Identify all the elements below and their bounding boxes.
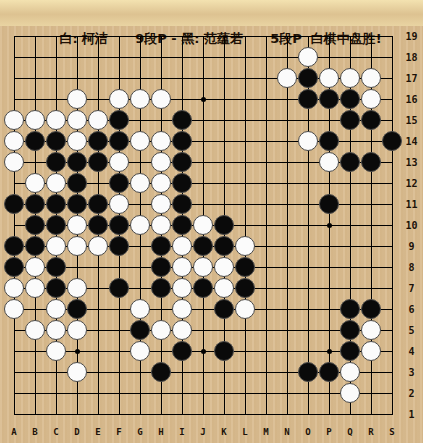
intersection-A14: ● [4, 131, 25, 152]
intersection-M8 [256, 257, 277, 278]
intersection-R8 [361, 257, 382, 278]
intersection-I10: ● [172, 215, 193, 236]
col-label-N: N [277, 423, 298, 441]
intersection-H14: ● [151, 131, 172, 152]
intersection-G9 [130, 236, 151, 257]
row-label-9: 9 [400, 236, 423, 257]
intersection-K5 [214, 320, 235, 341]
intersection-A17 [4, 68, 25, 89]
intersection-K6: ● [214, 299, 235, 320]
intersection-P2 [319, 383, 340, 404]
intersection-I7: ● [172, 278, 193, 299]
intersection-E13: ● [88, 152, 109, 173]
intersection-I1 [172, 404, 193, 425]
intersection-F19 [109, 26, 130, 47]
intersection-F3 [109, 362, 130, 383]
white-stone-F16: ● [109, 89, 129, 109]
intersection-L2 [235, 383, 256, 404]
intersection-D1 [67, 404, 88, 425]
intersection-I2 [172, 383, 193, 404]
intersection-C4: ● [46, 341, 67, 362]
intersection-K3 [214, 362, 235, 383]
intersection-E3 [88, 362, 109, 383]
intersection-D3: ● [67, 362, 88, 383]
white-stone-I8: ● [172, 257, 192, 277]
intersection-K16 [214, 89, 235, 110]
white-stone-D10: ● [67, 215, 87, 235]
black-stone-L7: ● [235, 278, 255, 298]
row-label-10: 10 [400, 215, 423, 236]
intersection-N4 [277, 341, 298, 362]
intersection-M16 [256, 89, 277, 110]
intersection-K10: ● [214, 215, 235, 236]
intersection-O10 [298, 215, 319, 236]
intersection-O7 [298, 278, 319, 299]
game-info-bar: 白: 柯洁 9段P - 黑: 范蕴若 5段P 白棋中盘胜! [0, 0, 423, 26]
black-stone-Q13: ● [340, 152, 360, 172]
black-stone-E10: ● [88, 215, 108, 235]
intersection-N7 [277, 278, 298, 299]
intersection-L4 [235, 341, 256, 362]
column-labels: ABCDEFGHIJKLMNOPQRS [4, 423, 403, 441]
intersection-B18 [25, 47, 46, 68]
intersection-H19 [151, 26, 172, 47]
intersection-D6: ● [67, 299, 88, 320]
intersection-G4: ● [130, 341, 151, 362]
intersection-P9 [319, 236, 340, 257]
intersection-F16: ● [109, 89, 130, 110]
intersection-E14: ● [88, 131, 109, 152]
black-stone-C8: ● [46, 257, 66, 277]
intersection-H7: ● [151, 278, 172, 299]
white-stone-J8: ● [193, 257, 213, 277]
intersection-Q6: ● [340, 299, 361, 320]
intersection-C2 [46, 383, 67, 404]
intersection-I18 [172, 47, 193, 68]
intersection-K19 [214, 26, 235, 47]
intersection-Q11 [340, 194, 361, 215]
intersection-A18 [4, 47, 25, 68]
row-label-5: 5 [400, 320, 423, 341]
intersection-D15: ● [67, 110, 88, 131]
intersection-D7: ● [67, 278, 88, 299]
black-stone-C10: ● [46, 215, 66, 235]
intersection-B1 [25, 404, 46, 425]
intersection-N14 [277, 131, 298, 152]
black-stone-K9: ● [214, 236, 234, 256]
intersection-D16: ● [67, 89, 88, 110]
intersection-N15 [277, 110, 298, 131]
white-stone-A15: ● [4, 110, 24, 130]
intersection-M7 [256, 278, 277, 299]
white-stone-H10: ● [151, 215, 171, 235]
white-stone-K8: ● [214, 257, 234, 277]
intersection-P4 [319, 341, 340, 362]
intersection-J3 [193, 362, 214, 383]
intersection-P5 [319, 320, 340, 341]
white-stone-Q17: ● [340, 68, 360, 88]
intersection-A15: ● [4, 110, 25, 131]
intersection-A9: ● [4, 236, 25, 257]
intersection-Q8 [340, 257, 361, 278]
col-label-B: B [25, 423, 46, 441]
intersection-M10 [256, 215, 277, 236]
intersection-R18 [361, 47, 382, 68]
intersection-J10: ● [193, 215, 214, 236]
white-stone-Q2: ● [340, 383, 360, 403]
col-label-C: C [46, 423, 67, 441]
intersection-N16 [277, 89, 298, 110]
white-stone-K7: ● [214, 278, 234, 298]
intersection-A11: ● [4, 194, 25, 215]
intersection-A12 [4, 173, 25, 194]
intersection-H6 [151, 299, 172, 320]
intersection-E15: ● [88, 110, 109, 131]
col-label-I: I [172, 423, 193, 441]
intersection-L14 [235, 131, 256, 152]
intersection-G19 [130, 26, 151, 47]
intersection-G18 [130, 47, 151, 68]
intersection-J5 [193, 320, 214, 341]
intersection-B15: ● [25, 110, 46, 131]
white-stone-P17: ● [319, 68, 339, 88]
intersection-K17 [214, 68, 235, 89]
intersection-B16 [25, 89, 46, 110]
row-label-15: 15 [400, 110, 423, 131]
white-stone-R16: ● [361, 89, 381, 109]
black-stone-D13: ● [67, 152, 87, 172]
col-label-K: K [214, 423, 235, 441]
intersection-D14: ● [67, 131, 88, 152]
intersection-J2 [193, 383, 214, 404]
intersection-L8: ● [235, 257, 256, 278]
intersection-K2 [214, 383, 235, 404]
intersection-A3 [4, 362, 25, 383]
col-label-A: A [4, 423, 25, 441]
white-stone-B8: ● [25, 257, 45, 277]
black-stone-R15: ● [361, 110, 381, 130]
black-stone-F10: ● [109, 215, 129, 235]
intersection-Q2: ● [340, 383, 361, 404]
intersection-J1 [193, 404, 214, 425]
intersection-O11 [298, 194, 319, 215]
intersection-C7: ● [46, 278, 67, 299]
intersection-R9 [361, 236, 382, 257]
intersection-F5 [109, 320, 130, 341]
intersection-M14 [256, 131, 277, 152]
intersection-B12: ● [25, 173, 46, 194]
white-stone-P13: ● [319, 152, 339, 172]
white-stone-L9: ● [235, 236, 255, 256]
intersection-K8: ● [214, 257, 235, 278]
intersection-Q13: ● [340, 152, 361, 173]
intersection-H3: ● [151, 362, 172, 383]
intersection-B17 [25, 68, 46, 89]
white-stone-H5: ● [151, 320, 171, 340]
row-label-13: 13 [400, 152, 423, 173]
white-stone-Q3: ● [340, 362, 360, 382]
white-stone-C4: ● [46, 341, 66, 361]
white-stone-G4: ● [130, 341, 150, 361]
black-stone-A9: ● [4, 236, 24, 256]
white-stone-D9: ● [67, 236, 87, 256]
intersection-H15 [151, 110, 172, 131]
intersection-M4 [256, 341, 277, 362]
intersection-F15: ● [109, 110, 130, 131]
black-stone-C13: ● [46, 152, 66, 172]
white-stone-A6: ● [4, 299, 24, 319]
intersection-L16 [235, 89, 256, 110]
intersection-A2 [4, 383, 25, 404]
row-label-11: 11 [400, 194, 423, 215]
intersection-Q16: ● [340, 89, 361, 110]
black-stone-K10: ● [214, 215, 234, 235]
white-stone-R17: ● [361, 68, 381, 88]
intersection-F4 [109, 341, 130, 362]
intersection-Q3: ● [340, 362, 361, 383]
white-stone-I9: ● [172, 236, 192, 256]
intersection-I8: ● [172, 257, 193, 278]
intersection-F1 [109, 404, 130, 425]
intersection-M9 [256, 236, 277, 257]
row-labels: 19181716151413121110987654321 [400, 26, 423, 425]
intersection-H2 [151, 383, 172, 404]
intersection-D10: ● [67, 215, 88, 236]
white-stone-G12: ● [130, 173, 150, 193]
intersection-I14: ● [172, 131, 193, 152]
intersection-B5: ● [25, 320, 46, 341]
intersection-R16: ● [361, 89, 382, 110]
intersection-I11: ● [172, 194, 193, 215]
intersection-C16 [46, 89, 67, 110]
black-stone-Q16: ● [340, 89, 360, 109]
intersection-P7 [319, 278, 340, 299]
intersection-N9 [277, 236, 298, 257]
col-label-D: D [67, 423, 88, 441]
white-stone-H14: ● [151, 131, 171, 151]
intersection-C15: ● [46, 110, 67, 131]
intersection-H13: ● [151, 152, 172, 173]
intersection-H9: ● [151, 236, 172, 257]
intersection-P19 [319, 26, 340, 47]
intersection-L13 [235, 152, 256, 173]
intersection-M18 [256, 47, 277, 68]
white-stone-D5: ● [67, 320, 87, 340]
white-stone-B5: ● [25, 320, 45, 340]
white-stone-C6: ● [46, 299, 66, 319]
intersection-M1 [256, 404, 277, 425]
intersection-J17 [193, 68, 214, 89]
black-stone-I12: ● [172, 173, 192, 193]
intersection-I19 [172, 26, 193, 47]
intersection-Q14 [340, 131, 361, 152]
intersection-K9: ● [214, 236, 235, 257]
black-stone-F9: ● [109, 236, 129, 256]
intersection-C14: ● [46, 131, 67, 152]
intersection-L9: ● [235, 236, 256, 257]
intersection-G5: ● [130, 320, 151, 341]
go-board: ●●●●●●●●●●●●●●●●●●●●●●●●●●●●●●●●●●●●●●●●… [4, 26, 403, 425]
white-stone-H12: ● [151, 173, 171, 193]
intersection-F10: ● [109, 215, 130, 236]
intersection-B9: ● [25, 236, 46, 257]
black-stone-O16: ● [298, 89, 318, 109]
black-stone-P11: ● [319, 194, 339, 214]
intersection-K15 [214, 110, 235, 131]
intersection-O9 [298, 236, 319, 257]
intersection-P15 [319, 110, 340, 131]
intersection-M5 [256, 320, 277, 341]
intersection-L19 [235, 26, 256, 47]
row-label-2: 2 [400, 383, 423, 404]
intersection-D4 [67, 341, 88, 362]
intersection-M19 [256, 26, 277, 47]
intersection-M12 [256, 173, 277, 194]
intersection-D17 [67, 68, 88, 89]
black-stone-C7: ● [46, 278, 66, 298]
intersection-C19 [46, 26, 67, 47]
intersection-O13 [298, 152, 319, 173]
intersection-G2 [130, 383, 151, 404]
intersection-R5: ● [361, 320, 382, 341]
intersection-J18 [193, 47, 214, 68]
intersection-L3 [235, 362, 256, 383]
black-stone-H8: ● [151, 257, 171, 277]
intersection-A6: ● [4, 299, 25, 320]
white-stone-F13: ● [109, 152, 129, 172]
intersection-E1 [88, 404, 109, 425]
white-stone-E15: ● [88, 110, 108, 130]
row-label-18: 18 [400, 47, 423, 68]
intersection-I5: ● [172, 320, 193, 341]
intersection-E18 [88, 47, 109, 68]
black-stone-K6: ● [214, 299, 234, 319]
white-stone-D7: ● [67, 278, 87, 298]
intersection-R15: ● [361, 110, 382, 131]
col-label-F: F [109, 423, 130, 441]
intersection-N1 [277, 404, 298, 425]
black-stone-B10: ● [25, 215, 45, 235]
white-stone-D15: ● [67, 110, 87, 130]
col-label-G: G [130, 423, 151, 441]
intersection-Q15: ● [340, 110, 361, 131]
intersection-J19 [193, 26, 214, 47]
intersection-H10: ● [151, 215, 172, 236]
black-stone-D11: ● [67, 194, 87, 214]
white-stone-B15: ● [25, 110, 45, 130]
intersection-E2 [88, 383, 109, 404]
intersection-G8 [130, 257, 151, 278]
row-label-1: 1 [400, 404, 423, 425]
intersection-J9: ● [193, 236, 214, 257]
intersection-C9: ● [46, 236, 67, 257]
intersection-C1 [46, 404, 67, 425]
white-stone-R4: ● [361, 341, 381, 361]
black-stone-F15: ● [109, 110, 129, 130]
intersection-L10 [235, 215, 256, 236]
black-stone-J7: ● [193, 278, 213, 298]
intersection-F18 [109, 47, 130, 68]
col-label-S: S [382, 423, 403, 441]
intersection-K12 [214, 173, 235, 194]
intersection-G14: ● [130, 131, 151, 152]
intersection-K4: ● [214, 341, 235, 362]
intersection-M6 [256, 299, 277, 320]
intersection-D18 [67, 47, 88, 68]
intersection-J16 [193, 89, 214, 110]
intersection-G7 [130, 278, 151, 299]
intersection-B13 [25, 152, 46, 173]
intersection-F14: ● [109, 131, 130, 152]
white-stone-B12: ● [25, 173, 45, 193]
black-stone-Q5: ● [340, 320, 360, 340]
intersection-P11: ● [319, 194, 340, 215]
intersection-D2 [67, 383, 88, 404]
intersection-D5: ● [67, 320, 88, 341]
white-stone-O14: ● [298, 131, 318, 151]
intersection-N17: ● [277, 68, 298, 89]
intersection-E10: ● [88, 215, 109, 236]
black-stone-Q15: ● [340, 110, 360, 130]
intersection-A16 [4, 89, 25, 110]
intersection-M3 [256, 362, 277, 383]
intersection-N2 [277, 383, 298, 404]
intersection-O8 [298, 257, 319, 278]
row-label-3: 3 [400, 362, 423, 383]
intersection-L17 [235, 68, 256, 89]
intersection-O15 [298, 110, 319, 131]
intersection-R2 [361, 383, 382, 404]
black-stone-I10: ● [172, 215, 192, 235]
intersection-H18 [151, 47, 172, 68]
intersection-P12 [319, 173, 340, 194]
white-stone-D3: ● [67, 362, 87, 382]
intersection-B7: ● [25, 278, 46, 299]
intersection-B19 [25, 26, 46, 47]
intersection-L1 [235, 404, 256, 425]
intersection-N5 [277, 320, 298, 341]
white-stone-O18: ● [298, 47, 318, 67]
col-label-M: M [256, 423, 277, 441]
white-stone-D14: ● [67, 131, 87, 151]
intersection-B8: ● [25, 257, 46, 278]
black-stone-F12: ● [109, 173, 129, 193]
intersection-M17 [256, 68, 277, 89]
black-stone-G5: ● [130, 320, 150, 340]
intersection-P6 [319, 299, 340, 320]
intersection-R17: ● [361, 68, 382, 89]
intersection-O18: ● [298, 47, 319, 68]
row-label-14: 14 [400, 131, 423, 152]
intersection-N12 [277, 173, 298, 194]
intersection-B4 [25, 341, 46, 362]
intersection-K11 [214, 194, 235, 215]
intersection-D9: ● [67, 236, 88, 257]
white-stone-G14: ● [130, 131, 150, 151]
white-stone-L6: ● [235, 299, 255, 319]
white-stone-G6: ● [130, 299, 150, 319]
intersection-E4 [88, 341, 109, 362]
intersection-R4: ● [361, 341, 382, 362]
white-stone-F11: ● [109, 194, 129, 214]
row-label-16: 16 [400, 89, 423, 110]
black-stone-B11: ● [25, 194, 45, 214]
intersection-A13: ● [4, 152, 25, 173]
intersection-N6 [277, 299, 298, 320]
black-stone-E14: ● [88, 131, 108, 151]
intersection-L7: ● [235, 278, 256, 299]
intersection-I9: ● [172, 236, 193, 257]
